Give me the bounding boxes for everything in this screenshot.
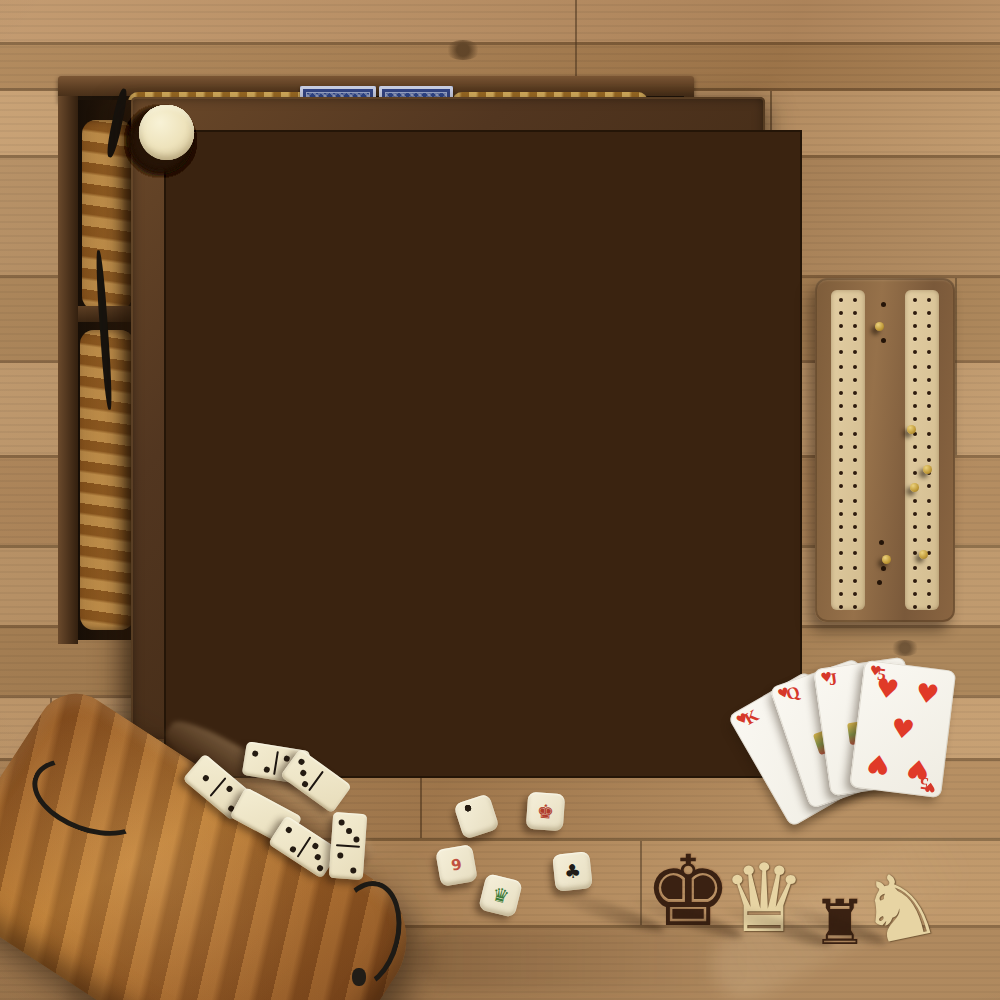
peg-hole [853, 592, 857, 596]
peg-hole [913, 311, 917, 315]
domino-pip [338, 819, 344, 825]
peg-hole [927, 350, 931, 354]
peg-hole [839, 551, 843, 555]
brass-peg[interactable] [907, 425, 916, 434]
peg-hole [839, 417, 843, 421]
peg-hole [853, 512, 857, 516]
peg-hole [913, 471, 917, 475]
peg-hole [927, 337, 931, 341]
peg-hole [839, 538, 843, 542]
peg-hole [913, 404, 917, 408]
peg-hole [927, 499, 931, 503]
peg-hole [853, 579, 857, 583]
peg-hole [853, 298, 857, 302]
center-peg-hole [881, 338, 886, 343]
domino-divider [210, 777, 227, 797]
peg-hole [853, 484, 857, 488]
domino-pip [263, 766, 270, 773]
domino-pip [285, 826, 293, 834]
heart-pip: ♥ [914, 679, 940, 708]
card-index: K♥ [735, 709, 749, 717]
peg-hole [853, 311, 857, 315]
die-face-symbol: 9 [450, 857, 463, 874]
domino-pip [353, 836, 359, 842]
peg-hole [927, 605, 931, 609]
die-pips [464, 800, 490, 832]
peg-hole [913, 298, 917, 302]
domino-pip [283, 755, 290, 762]
bag-cord-knot [352, 968, 366, 986]
peg-hole [913, 499, 917, 503]
checkers-board [131, 97, 765, 741]
card-index: 5♥ [870, 665, 886, 667]
peg-hole [927, 365, 931, 369]
peg-hole [913, 566, 917, 570]
peg-hole [927, 378, 931, 382]
domino-3-2[interactable] [329, 812, 368, 880]
brass-peg[interactable] [882, 555, 891, 564]
peg-hole [839, 391, 843, 395]
peg-hole [913, 417, 917, 421]
game-set-photo: ♚9♛♣ K♥Q♥J♥5♥♥♥♥♥♥5♥ ♚♛♜♞ [0, 0, 1000, 1000]
peg-hole [839, 592, 843, 596]
peg-hole [853, 499, 857, 503]
domino-pip [297, 758, 305, 766]
brass-peg[interactable] [875, 322, 884, 331]
brass-peg[interactable] [919, 550, 928, 559]
peg-hole [839, 512, 843, 516]
heart-pip: ♥ [874, 674, 900, 703]
die-club[interactable]: ♣ [552, 851, 593, 892]
peg-hole [853, 605, 857, 609]
peg-hole [839, 499, 843, 503]
peg-hole [853, 551, 857, 555]
center-peg-hole [879, 540, 884, 545]
peg-hole [927, 566, 931, 570]
peg-hole [927, 432, 931, 436]
peg-hole [913, 350, 917, 354]
peg-hole [853, 525, 857, 529]
peg-hole [927, 391, 931, 395]
peg-hole [913, 579, 917, 583]
peg-hole [927, 525, 931, 529]
peg-hole [839, 445, 843, 449]
peg-hole [927, 445, 931, 449]
domino-pip [252, 750, 259, 757]
peg-hole [839, 471, 843, 475]
die-face-symbol: ♣ [563, 861, 582, 882]
peg-hole [839, 432, 843, 436]
light-checker[interactable] [139, 105, 194, 160]
card-5-of-hearts[interactable]: 5♥♥♥♥♥♥5♥ [849, 660, 956, 798]
domino-divider [297, 836, 312, 857]
peg-hole [839, 458, 843, 462]
peg-hole [853, 378, 857, 382]
center-peg-hole [877, 580, 882, 585]
peg-hole [927, 298, 931, 302]
peg-hole [913, 391, 917, 395]
peg-hole [853, 432, 857, 436]
heart-pip: ♥ [890, 715, 916, 744]
peg-hole [839, 404, 843, 408]
die-face-symbol: ♚ [536, 801, 554, 821]
peg-hole [853, 350, 857, 354]
die-face-symbol: ♛ [490, 884, 511, 907]
peg-hole [853, 471, 857, 475]
peg-hole [853, 365, 857, 369]
peg-hole [913, 512, 917, 516]
peg-hole [913, 525, 917, 529]
peg-hole [913, 324, 917, 328]
peg-hole [853, 566, 857, 570]
peg-hole [839, 298, 843, 302]
peg-hole [839, 484, 843, 488]
peg-hole [839, 365, 843, 369]
domino-pip [314, 853, 322, 861]
domino-pip [225, 785, 233, 793]
peg-hole [913, 337, 917, 341]
peg-hole [853, 445, 857, 449]
domino-pip [301, 780, 309, 788]
domino-divider [308, 771, 324, 792]
peg-hole [853, 538, 857, 542]
domino-pip [346, 828, 352, 834]
card-index: 5♥ [919, 791, 935, 793]
die-king-figure[interactable]: ♚ [526, 792, 565, 831]
peg-hole [913, 445, 917, 449]
peg-hole [839, 378, 843, 382]
domino-pip [350, 867, 356, 873]
peg-hole [853, 337, 857, 341]
peg-hole [853, 391, 857, 395]
peg-hole [913, 551, 917, 555]
peg-hole [927, 512, 931, 516]
peg-hole [839, 579, 843, 583]
peg-hole [839, 350, 843, 354]
card-index: J♥ [820, 670, 836, 672]
peg-hole [913, 538, 917, 542]
brass-peg[interactable] [923, 465, 932, 474]
peg-hole [927, 538, 931, 542]
peg-hole [927, 484, 931, 488]
peg-hole [913, 592, 917, 596]
peg-hole [853, 324, 857, 328]
domino-pip [311, 842, 319, 850]
domino-pip [316, 864, 324, 872]
center-peg-hole [881, 302, 886, 307]
heart-pip: ♥ [865, 750, 891, 779]
storage-box-left-rail [58, 96, 78, 644]
peg-hole [927, 404, 931, 408]
board-grid [166, 132, 800, 776]
domino-divider [336, 844, 360, 848]
peg-hole [839, 311, 843, 315]
peg-hole [927, 417, 931, 421]
peg-hole [913, 458, 917, 462]
cribbage-strip-left [831, 290, 865, 610]
peg-hole [913, 605, 917, 609]
cribbage-board[interactable] [815, 278, 955, 622]
brass-peg[interactable] [910, 483, 919, 492]
domino-divider [273, 751, 279, 775]
die-nine[interactable]: 9 [435, 844, 478, 887]
peg-hole [913, 365, 917, 369]
card-index: Q♥ [776, 685, 791, 690]
peg-hole [839, 605, 843, 609]
domino-pip [289, 845, 297, 853]
peg-hole [927, 311, 931, 315]
domino-pip [299, 769, 307, 777]
peg-hole [839, 525, 843, 529]
peg-hole [927, 579, 931, 583]
center-peg-hole [881, 566, 886, 571]
peg-hole [927, 458, 931, 462]
peg-hole [839, 324, 843, 328]
peg-hole [839, 566, 843, 570]
peg-hole [927, 592, 931, 596]
peg-hole [853, 458, 857, 462]
peg-hole [853, 404, 857, 408]
domino-pip [337, 852, 343, 858]
domino-pip [202, 774, 210, 782]
peg-hole [927, 324, 931, 328]
peg-hole [853, 417, 857, 421]
peg-hole [913, 378, 917, 382]
playing-cards-fan[interactable]: K♥Q♥J♥5♥♥♥♥♥♥5♥ [786, 658, 966, 828]
cribbage-strip-right [905, 290, 939, 610]
peg-hole [839, 337, 843, 341]
